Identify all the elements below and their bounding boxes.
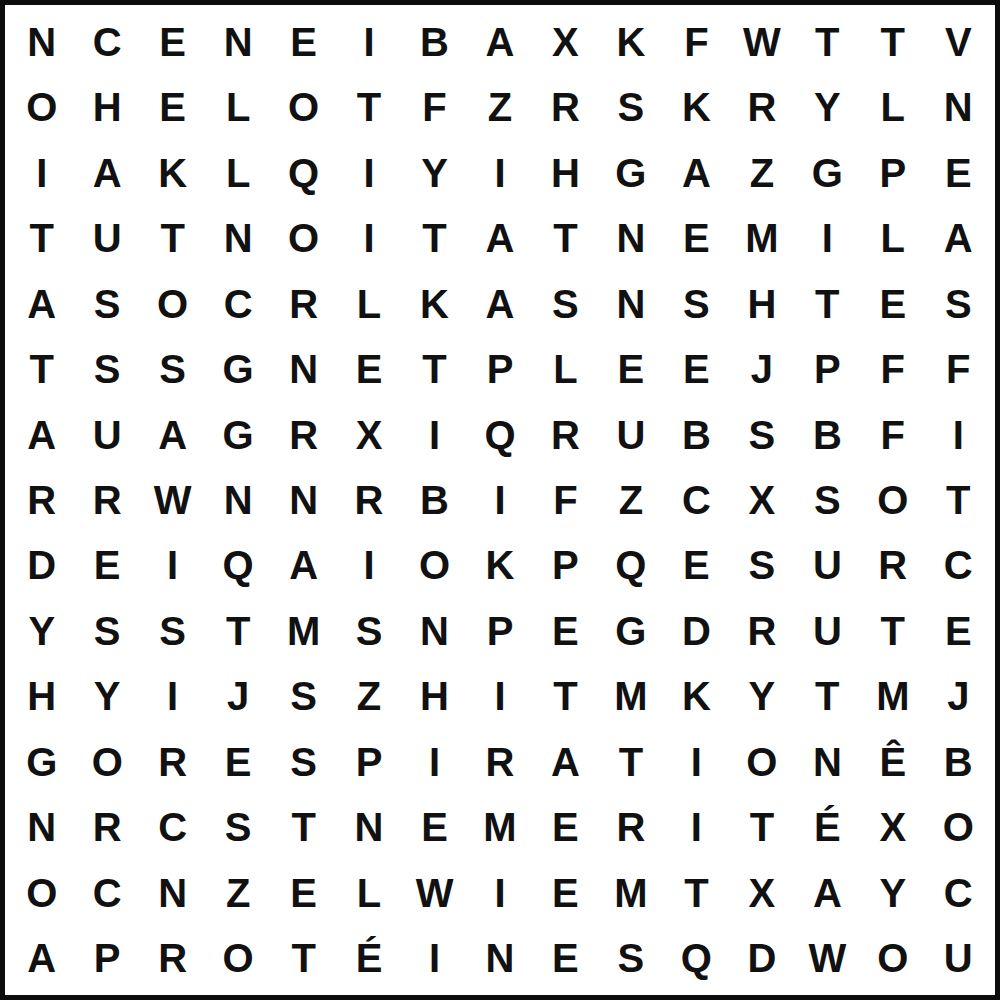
grid-cell[interactable]: K [664,74,729,139]
grid-cell[interactable]: M [860,664,925,729]
grid-cell[interactable]: O [9,74,74,139]
grid-cell[interactable]: U [598,402,663,467]
grid-cell[interactable]: I [926,402,991,467]
grid-cell[interactable]: N [402,598,467,663]
grid-cell[interactable]: E [402,795,467,860]
grid-cell[interactable]: K [402,271,467,336]
grid-cell[interactable]: P [467,336,532,401]
grid-cell[interactable]: E [926,598,991,663]
grid-cell[interactable]: R [271,271,336,336]
grid-cell[interactable]: I [336,140,401,205]
grid-cell[interactable]: C [926,533,991,598]
grid-cell[interactable]: T [860,598,925,663]
grid-cell[interactable]: S [664,271,729,336]
word-search-board: NCENEIBAXKFWTTVOHELOTFZRSKRYLNIAKLQIYIHG… [0,0,1000,1000]
grid-cell[interactable]: P [467,598,532,663]
grid-cell[interactable]: O [926,795,991,860]
grid-cell[interactable]: B [795,402,860,467]
grid-cell[interactable]: X [729,860,794,925]
grid-cell[interactable]: E [533,598,598,663]
grid-cell[interactable]: T [729,795,794,860]
grid-cell[interactable]: G [598,598,663,663]
grid-cell[interactable]: Y [402,140,467,205]
grid-cell[interactable]: T [795,9,860,74]
grid-cell[interactable]: R [271,402,336,467]
grid-cell[interactable]: D [9,533,74,598]
grid-cell[interactable]: S [74,271,139,336]
grid-cell[interactable]: H [74,74,139,139]
grid-cell[interactable]: L [860,74,925,139]
grid-cell[interactable]: Y [795,74,860,139]
grid-cell[interactable]: E [533,926,598,991]
grid-cell[interactable]: K [140,140,205,205]
grid-cell[interactable]: T [205,598,270,663]
grid-cell[interactable]: X [533,9,598,74]
grid-cell[interactable]: I [467,140,532,205]
grid-cell[interactable]: I [402,402,467,467]
grid-cell[interactable]: Q [205,533,270,598]
grid-cell[interactable]: I [795,205,860,270]
grid-cell[interactable]: L [336,271,401,336]
grid-cell[interactable]: E [926,140,991,205]
grid-cell[interactable]: T [271,926,336,991]
grid-cell[interactable]: L [533,336,598,401]
grid-cell[interactable]: G [598,140,663,205]
grid-cell[interactable]: S [271,664,336,729]
grid-cell[interactable]: E [664,336,729,401]
grid-cell[interactable]: L [860,205,925,270]
grid-cell[interactable]: M [729,205,794,270]
grid-cell[interactable]: I [467,467,532,532]
grid-cell[interactable]: B [402,9,467,74]
grid-cell[interactable]: R [140,926,205,991]
grid-cell[interactable]: Z [729,140,794,205]
grid-cell[interactable]: A [467,9,532,74]
grid-cell[interactable]: T [402,205,467,270]
grid-cell[interactable]: R [598,795,663,860]
grid-cell[interactable]: R [860,533,925,598]
grid-cell[interactable]: O [729,729,794,794]
grid-cell[interactable]: C [664,467,729,532]
grid-cell[interactable]: R [467,729,532,794]
grid-cell[interactable]: T [140,205,205,270]
grid-cell[interactable]: U [795,533,860,598]
grid-cell[interactable]: L [205,140,270,205]
grid-cell[interactable]: A [9,402,74,467]
grid-cell[interactable]: G [795,140,860,205]
grid-cell[interactable]: R [533,402,598,467]
grid-cell[interactable]: Y [9,598,74,663]
grid-cell[interactable]: D [729,926,794,991]
grid-cell[interactable]: Z [205,860,270,925]
grid-cell[interactable]: E [271,9,336,74]
grid-cell[interactable]: T [533,664,598,729]
grid-cell[interactable]: M [598,860,663,925]
grid-cell[interactable]: E [664,533,729,598]
grid-cell[interactable]: F [860,336,925,401]
grid-cell[interactable]: N [205,467,270,532]
grid-cell[interactable]: U [74,402,139,467]
grid-cell[interactable]: N [9,9,74,74]
grid-cell[interactable]: M [598,664,663,729]
grid-cell[interactable]: N [205,205,270,270]
grid-cell[interactable]: E [664,205,729,270]
grid-cell[interactable]: I [336,533,401,598]
grid-cell[interactable]: Y [729,664,794,729]
grid-cell[interactable]: S [729,533,794,598]
grid-cell[interactable]: T [598,729,663,794]
grid-cell[interactable]: K [664,664,729,729]
grid-cell[interactable]: E [598,336,663,401]
grid-cell[interactable]: F [533,467,598,532]
grid-cell[interactable]: J [205,664,270,729]
grid-cell[interactable]: Z [336,664,401,729]
grid-cell[interactable]: T [860,9,925,74]
grid-cell[interactable]: S [205,795,270,860]
grid-cell[interactable]: U [795,598,860,663]
grid-cell[interactable]: B [926,729,991,794]
grid-cell[interactable]: A [271,533,336,598]
grid-cell[interactable]: J [729,336,794,401]
grid-cell[interactable]: B [664,402,729,467]
grid-cell[interactable]: S [729,402,794,467]
grid-cell[interactable]: W [140,467,205,532]
grid-cell[interactable]: R [9,467,74,532]
grid-cell[interactable]: I [664,795,729,860]
grid-cell[interactable]: T [271,795,336,860]
grid-cell[interactable]: K [467,533,532,598]
grid-cell[interactable]: E [860,271,925,336]
grid-cell[interactable]: Q [598,533,663,598]
grid-cell[interactable]: Q [271,140,336,205]
grid-cell[interactable]: A [664,140,729,205]
grid-cell[interactable]: N [271,336,336,401]
grid-cell[interactable]: G [205,336,270,401]
grid-cell[interactable]: O [402,533,467,598]
grid-cell[interactable]: U [926,926,991,991]
grid-cell[interactable]: Q [664,926,729,991]
grid-cell[interactable]: V [926,9,991,74]
grid-cell[interactable]: E [533,860,598,925]
grid-cell[interactable]: É [336,926,401,991]
grid-cell[interactable]: W [402,860,467,925]
grid-cell[interactable]: F [926,336,991,401]
grid-cell[interactable]: E [140,74,205,139]
grid-cell[interactable]: P [795,336,860,401]
grid-cell[interactable]: A [533,729,598,794]
grid-cell[interactable]: K [598,9,663,74]
grid-cell[interactable]: É [795,795,860,860]
grid-cell[interactable]: P [336,729,401,794]
grid-cell[interactable]: G [205,402,270,467]
grid-cell[interactable]: R [74,795,139,860]
grid-cell[interactable]: H [533,140,598,205]
grid-cell[interactable]: A [140,402,205,467]
grid-cell[interactable]: X [336,402,401,467]
grid-cell[interactable]: O [74,729,139,794]
grid-cell[interactable]: S [140,598,205,663]
grid-cell[interactable]: S [795,467,860,532]
grid-cell[interactable]: C [140,795,205,860]
grid-cell[interactable]: L [336,860,401,925]
grid-cell[interactable]: I [336,9,401,74]
grid-cell[interactable]: A [467,205,532,270]
grid-cell[interactable]: P [860,140,925,205]
grid-cell[interactable]: Q [467,402,532,467]
grid-cell[interactable]: Z [467,74,532,139]
grid-cell[interactable]: A [9,926,74,991]
grid-cell[interactable]: S [140,336,205,401]
grid-cell[interactable]: I [140,664,205,729]
grid-cell[interactable]: S [598,926,663,991]
grid-cell[interactable]: R [533,74,598,139]
grid-cell[interactable]: C [74,9,139,74]
grid-cell[interactable]: W [729,9,794,74]
grid-cell[interactable]: C [74,860,139,925]
grid-cell[interactable]: N [205,9,270,74]
grid-cell[interactable]: N [271,467,336,532]
grid-cell[interactable]: D [664,598,729,663]
grid-cell[interactable]: O [205,926,270,991]
grid-cell[interactable]: T [402,336,467,401]
grid-cell[interactable]: S [533,271,598,336]
grid-cell[interactable]: N [598,205,663,270]
grid-cell[interactable]: T [795,664,860,729]
grid-cell[interactable]: O [271,74,336,139]
grid-cell[interactable]: M [271,598,336,663]
grid-cell[interactable]: T [664,860,729,925]
grid-cell[interactable]: J [926,664,991,729]
grid-cell[interactable]: N [795,729,860,794]
grid-cell[interactable]: H [729,271,794,336]
grid-cell[interactable]: A [74,140,139,205]
grid-cell[interactable]: F [402,74,467,139]
grid-cell[interactable]: C [205,271,270,336]
grid-cell[interactable]: T [926,467,991,532]
grid-cell[interactable]: O [271,205,336,270]
grid-cell[interactable]: A [467,271,532,336]
grid-cell[interactable]: E [271,860,336,925]
grid-cell[interactable]: E [205,729,270,794]
grid-cell[interactable]: S [74,598,139,663]
grid-cell[interactable]: E [533,795,598,860]
grid-cell[interactable]: S [336,598,401,663]
grid-cell[interactable]: Z [598,467,663,532]
grid-cell[interactable]: R [729,74,794,139]
grid-cell[interactable]: T [9,336,74,401]
grid-cell[interactable]: S [598,74,663,139]
grid-cell[interactable]: C [926,860,991,925]
grid-cell[interactable]: P [533,533,598,598]
grid-cell[interactable]: I [664,729,729,794]
grid-cell[interactable]: E [74,533,139,598]
grid-cell[interactable]: Y [74,664,139,729]
grid-cell[interactable]: N [140,860,205,925]
grid-cell[interactable]: H [9,664,74,729]
grid-cell[interactable]: N [336,795,401,860]
grid-cell[interactable]: O [9,860,74,925]
grid-cell[interactable]: X [860,795,925,860]
grid-cell[interactable]: E [336,336,401,401]
grid-cell[interactable]: Y [860,860,925,925]
grid-cell[interactable]: I [467,860,532,925]
grid-cell[interactable]: A [9,271,74,336]
grid-cell[interactable]: I [467,664,532,729]
grid-cell[interactable]: W [795,926,860,991]
grid-cell[interactable]: S [926,271,991,336]
grid-cell[interactable]: O [140,271,205,336]
grid-cell[interactable]: G [9,729,74,794]
grid-cell[interactable]: A [795,860,860,925]
grid-cell[interactable]: S [271,729,336,794]
grid-cell[interactable]: I [336,205,401,270]
grid-cell[interactable]: N [9,795,74,860]
grid-cell[interactable]: S [74,336,139,401]
grid-cell[interactable]: I [402,926,467,991]
grid-cell[interactable]: O [860,467,925,532]
grid-cell[interactable]: I [140,533,205,598]
grid-cell[interactable]: I [9,140,74,205]
grid-cell[interactable]: T [795,271,860,336]
grid-cell[interactable]: F [664,9,729,74]
grid-cell[interactable]: F [860,402,925,467]
grid-cell[interactable]: P [74,926,139,991]
grid-cell[interactable]: B [402,467,467,532]
grid-cell[interactable]: M [467,795,532,860]
grid-cell[interactable]: U [74,205,139,270]
grid-cell[interactable]: N [926,74,991,139]
grid-cell[interactable]: N [467,926,532,991]
grid-cell[interactable]: R [74,467,139,532]
grid-cell[interactable]: N [598,271,663,336]
grid-cell[interactable]: Ê [860,729,925,794]
grid-cell[interactable]: E [140,9,205,74]
grid-cell[interactable]: H [402,664,467,729]
grid-cell[interactable]: L [205,74,270,139]
grid-cell[interactable]: R [140,729,205,794]
grid-cell[interactable]: I [402,729,467,794]
grid-cell[interactable]: T [336,74,401,139]
grid-cell[interactable]: R [729,598,794,663]
grid-cell[interactable]: R [336,467,401,532]
grid-cell[interactable]: T [533,205,598,270]
grid-cell[interactable]: T [9,205,74,270]
grid-cell[interactable]: A [926,205,991,270]
grid-cell[interactable]: O [860,926,925,991]
grid-cell[interactable]: X [729,467,794,532]
